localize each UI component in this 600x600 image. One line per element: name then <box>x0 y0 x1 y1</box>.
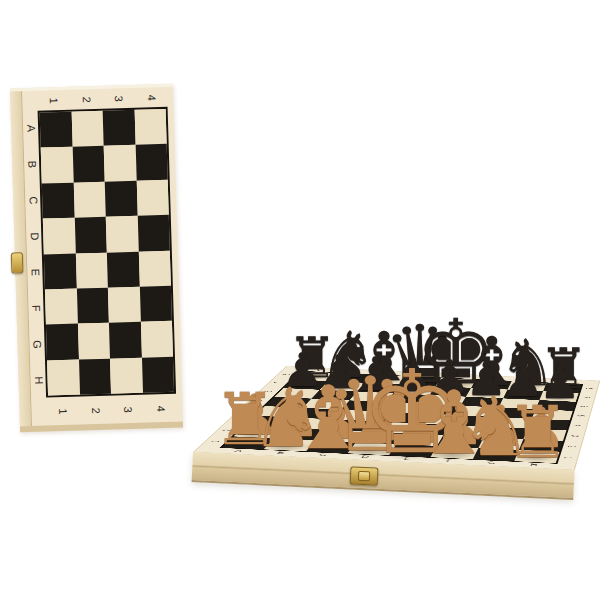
pieces-layer: ♜♞♝♛♚♝♞♜♟♟♟♟♟♟♟♟♟♟♟♟♟♟♟♟♜♞♝♛♚♝♞♜ <box>0 0 600 600</box>
piece-white-rook-h1[interactable]: ♜ <box>506 397 570 469</box>
product-photo-scene: 1234 ABCDEFGH 1234 ABCDEFGH 87654321 876… <box>0 0 600 600</box>
